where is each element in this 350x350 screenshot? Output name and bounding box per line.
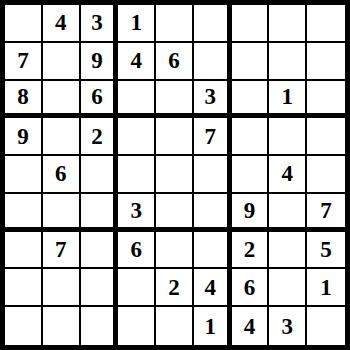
cell-r6c3[interactable] — [81, 194, 119, 232]
cell-r4c9[interactable] — [307, 118, 345, 156]
cell-r1c2: 4 — [43, 5, 81, 43]
cell-r8c1[interactable] — [5, 269, 43, 307]
cell-r8c3[interactable] — [81, 269, 119, 307]
cell-r6c2[interactable] — [43, 194, 81, 232]
cell-r4c7[interactable] — [232, 118, 270, 156]
cell-r3c1: 8 — [5, 81, 43, 119]
cell-r9c6: 1 — [194, 307, 232, 345]
cell-r3c5[interactable] — [156, 81, 194, 119]
cell-r4c8[interactable] — [269, 118, 307, 156]
cell-r2c5: 6 — [156, 43, 194, 81]
cell-r8c2[interactable] — [43, 269, 81, 307]
cell-r4c4[interactable] — [118, 118, 156, 156]
cell-r5c6[interactable] — [194, 156, 232, 194]
cell-r2c8[interactable] — [269, 43, 307, 81]
cell-r3c4[interactable] — [118, 81, 156, 119]
cell-r1c6[interactable] — [194, 5, 232, 43]
cell-r1c9[interactable] — [307, 5, 345, 43]
cell-r8c4[interactable] — [118, 269, 156, 307]
cell-r6c7: 9 — [232, 194, 270, 232]
cell-r6c8[interactable] — [269, 194, 307, 232]
cell-r3c2[interactable] — [43, 81, 81, 119]
cell-r4c6: 7 — [194, 118, 232, 156]
cell-r3c8: 1 — [269, 81, 307, 119]
cell-r1c3: 3 — [81, 5, 119, 43]
cell-r9c8: 3 — [269, 307, 307, 345]
cell-r6c5[interactable] — [156, 194, 194, 232]
cell-r2c6[interactable] — [194, 43, 232, 81]
cell-r7c7: 2 — [232, 232, 270, 270]
cell-r9c5[interactable] — [156, 307, 194, 345]
cell-r7c2: 7 — [43, 232, 81, 270]
cell-r2c1: 7 — [5, 43, 43, 81]
cell-r5c4[interactable] — [118, 156, 156, 194]
cell-r6c9: 7 — [307, 194, 345, 232]
cell-r9c3[interactable] — [81, 307, 119, 345]
cell-r2c9[interactable] — [307, 43, 345, 81]
cell-r9c2[interactable] — [43, 307, 81, 345]
cell-r2c2[interactable] — [43, 43, 81, 81]
cell-r3c6: 3 — [194, 81, 232, 119]
cell-r1c7[interactable] — [232, 5, 270, 43]
cell-r7c9: 5 — [307, 232, 345, 270]
cell-r2c4: 4 — [118, 43, 156, 81]
cell-r6c4: 3 — [118, 194, 156, 232]
cell-r5c2: 6 — [43, 156, 81, 194]
cell-r1c4: 1 — [118, 5, 156, 43]
cell-r4c2[interactable] — [43, 118, 81, 156]
cell-r9c9[interactable] — [307, 307, 345, 345]
cell-r5c7[interactable] — [232, 156, 270, 194]
cell-r5c1[interactable] — [5, 156, 43, 194]
cell-r7c8[interactable] — [269, 232, 307, 270]
cell-r1c1[interactable] — [5, 5, 43, 43]
cell-r8c7: 6 — [232, 269, 270, 307]
cell-r3c9[interactable] — [307, 81, 345, 119]
cell-r7c6[interactable] — [194, 232, 232, 270]
cell-r4c1: 9 — [5, 118, 43, 156]
cell-r8c6: 4 — [194, 269, 232, 307]
cell-r3c7[interactable] — [232, 81, 270, 119]
cell-r5c8: 4 — [269, 156, 307, 194]
cell-r1c5[interactable] — [156, 5, 194, 43]
cell-r7c3[interactable] — [81, 232, 119, 270]
cell-r1c8[interactable] — [269, 5, 307, 43]
cell-r4c5[interactable] — [156, 118, 194, 156]
cell-r5c5[interactable] — [156, 156, 194, 194]
cell-r7c5[interactable] — [156, 232, 194, 270]
cell-r7c4: 6 — [118, 232, 156, 270]
cell-r5c9[interactable] — [307, 156, 345, 194]
cell-r8c5: 2 — [156, 269, 194, 307]
cell-r2c7[interactable] — [232, 43, 270, 81]
cell-r9c1[interactable] — [5, 307, 43, 345]
cell-r8c8[interactable] — [269, 269, 307, 307]
cell-r6c6[interactable] — [194, 194, 232, 232]
cell-r9c4[interactable] — [118, 307, 156, 345]
cell-r9c7: 4 — [232, 307, 270, 345]
cell-r8c9: 1 — [307, 269, 345, 307]
cell-r3c3: 6 — [81, 81, 119, 119]
cell-r4c3: 2 — [81, 118, 119, 156]
cell-r5c3[interactable] — [81, 156, 119, 194]
cell-r7c1[interactable] — [5, 232, 43, 270]
cell-r2c3: 9 — [81, 43, 119, 81]
cell-r6c1[interactable] — [5, 194, 43, 232]
sudoku-board: 431794686319276439776252461143 — [0, 0, 350, 350]
